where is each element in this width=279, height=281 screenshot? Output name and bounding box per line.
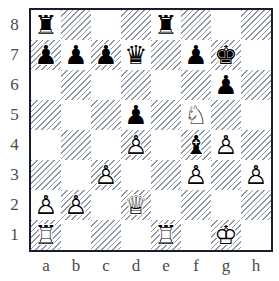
square-c6[interactable]	[91, 70, 121, 100]
square-f6[interactable]	[181, 70, 211, 100]
piece-black-bishop: ♝	[184, 130, 207, 160]
piece-outline-layer: ♔	[214, 220, 237, 250]
square-c8[interactable]	[91, 10, 121, 40]
file-label-d: d	[121, 252, 151, 279]
square-h1[interactable]	[241, 220, 271, 250]
rank-label-8: 8	[0, 10, 29, 40]
square-g1[interactable]: ♚♔	[211, 220, 241, 250]
piece-outline-layer: ♙	[214, 130, 237, 160]
square-g7[interactable]: ♚	[211, 40, 241, 70]
square-d6[interactable]	[121, 70, 151, 100]
file-label-c: c	[91, 252, 121, 279]
square-a4[interactable]	[31, 130, 61, 160]
square-d4[interactable]: ♟♙	[121, 130, 151, 160]
piece-outline-layer: ♘	[184, 100, 207, 130]
square-f2[interactable]	[181, 190, 211, 220]
square-d8[interactable]	[121, 10, 151, 40]
piece-outline-layer: ♙	[94, 160, 117, 190]
piece-outline-layer: ♙	[34, 190, 57, 220]
piece-white-pawn: ♟♙	[244, 160, 267, 190]
square-g3[interactable]	[211, 160, 241, 190]
square-b4[interactable]	[61, 130, 91, 160]
piece-white-pawn: ♟♙	[64, 190, 87, 220]
rank-label-6: 6	[0, 70, 29, 100]
square-f4[interactable]: ♝	[181, 130, 211, 160]
file-labels: abcdefgh	[31, 252, 279, 279]
square-g5[interactable]	[211, 100, 241, 130]
rank-label-7: 7	[0, 40, 29, 70]
piece-black-rook: ♜	[34, 10, 57, 40]
square-h8[interactable]	[241, 10, 271, 40]
square-a7[interactable]: ♟	[31, 40, 61, 70]
piece-black-rook: ♜	[154, 10, 177, 40]
square-h7[interactable]	[241, 40, 271, 70]
piece-black-pawn: ♟	[64, 40, 87, 70]
piece-white-knight: ♞♘	[184, 100, 207, 130]
square-h4[interactable]	[241, 130, 271, 160]
square-c2[interactable]	[91, 190, 121, 220]
square-e3[interactable]	[151, 160, 181, 190]
square-f3[interactable]: ♟♙	[181, 160, 211, 190]
piece-black-pawn: ♟	[34, 40, 57, 70]
square-d5[interactable]: ♟	[121, 100, 151, 130]
file-label-a: a	[31, 252, 61, 279]
piece-black-king: ♚	[214, 40, 237, 70]
square-a6[interactable]	[31, 70, 61, 100]
square-g8[interactable]	[211, 10, 241, 40]
square-d7[interactable]: ♛	[121, 40, 151, 70]
file-label-f: f	[181, 252, 211, 279]
square-c1[interactable]	[91, 220, 121, 250]
rank-label-5: 5	[0, 100, 29, 130]
piece-black-pawn: ♟	[124, 100, 147, 130]
rank-label-4: 4	[0, 130, 29, 160]
piece-black-pawn: ♟	[94, 40, 117, 70]
square-d3[interactable]	[121, 160, 151, 190]
piece-outline-layer: ♙	[124, 130, 147, 160]
file-label-e: e	[151, 252, 181, 279]
file-label-h: h	[241, 252, 271, 279]
square-b3[interactable]	[61, 160, 91, 190]
rank-labels: 87654321	[0, 8, 29, 252]
square-b5[interactable]	[61, 100, 91, 130]
square-f5[interactable]: ♞♘	[181, 100, 211, 130]
piece-outline-layer: ♙	[184, 160, 207, 190]
piece-black-pawn: ♟	[214, 70, 237, 100]
piece-outline-layer: ♖	[154, 220, 177, 250]
square-h3[interactable]: ♟♙	[241, 160, 271, 190]
square-c3[interactable]: ♟♙	[91, 160, 121, 190]
square-f8[interactable]	[181, 10, 211, 40]
piece-white-pawn: ♟♙	[124, 130, 147, 160]
square-e4[interactable]	[151, 130, 181, 160]
square-h5[interactable]	[241, 100, 271, 130]
square-b1[interactable]	[61, 220, 91, 250]
square-d1[interactable]	[121, 220, 151, 250]
piece-outline-layer: ♙	[244, 160, 267, 190]
piece-black-pawn: ♟	[184, 40, 207, 70]
board-and-rank-labels: 87654321 ♜♜♟♟♟♛♟♚♟♟♞♘♟♙♝♟♙♟♙♟♙♟♙♟♙♟♙♛♕♜♖…	[0, 8, 279, 252]
square-c5[interactable]	[91, 100, 121, 130]
chess-board: ♜♜♟♟♟♛♟♚♟♟♞♘♟♙♝♟♙♟♙♟♙♟♙♟♙♟♙♛♕♜♖♜♖♚♔	[29, 8, 273, 252]
square-c4[interactable]	[91, 130, 121, 160]
piece-white-pawn: ♟♙	[34, 190, 57, 220]
piece-outline-layer: ♙	[64, 190, 87, 220]
square-a3[interactable]	[31, 160, 61, 190]
piece-white-rook: ♜♖	[154, 220, 177, 250]
piece-white-queen: ♛♕	[124, 190, 147, 220]
file-label-g: g	[211, 252, 241, 279]
square-h6[interactable]	[241, 70, 271, 100]
piece-white-pawn: ♟♙	[184, 160, 207, 190]
rank-label-3: 3	[0, 160, 29, 190]
square-g6[interactable]: ♟	[211, 70, 241, 100]
square-g4[interactable]: ♟♙	[211, 130, 241, 160]
square-e5[interactable]	[151, 100, 181, 130]
piece-white-pawn: ♟♙	[214, 130, 237, 160]
square-e7[interactable]	[151, 40, 181, 70]
square-f7[interactable]: ♟	[181, 40, 211, 70]
square-b6[interactable]	[61, 70, 91, 100]
square-d2[interactable]: ♛♕	[121, 190, 151, 220]
square-a2[interactable]: ♟♙	[31, 190, 61, 220]
piece-white-rook: ♜♖	[34, 220, 57, 250]
square-g2[interactable]	[211, 190, 241, 220]
rank-label-2: 2	[0, 190, 29, 220]
piece-white-king: ♚♔	[214, 220, 237, 250]
square-a8[interactable]: ♜	[31, 10, 61, 40]
square-h2[interactable]	[241, 190, 271, 220]
square-a1[interactable]: ♜♖	[31, 220, 61, 250]
square-f1[interactable]	[181, 220, 211, 250]
square-e2[interactable]	[151, 190, 181, 220]
square-e6[interactable]	[151, 70, 181, 100]
rank-label-1: 1	[0, 220, 29, 250]
square-e8[interactable]: ♜	[151, 10, 181, 40]
square-b8[interactable]	[61, 10, 91, 40]
square-b7[interactable]: ♟	[61, 40, 91, 70]
square-e1[interactable]: ♜♖	[151, 220, 181, 250]
square-c7[interactable]: ♟	[91, 40, 121, 70]
piece-white-pawn: ♟♙	[94, 160, 117, 190]
piece-outline-layer: ♕	[124, 190, 147, 220]
square-b2[interactable]: ♟♙	[61, 190, 91, 220]
file-label-b: b	[61, 252, 91, 279]
piece-black-queen: ♛	[124, 40, 147, 70]
square-a5[interactable]	[31, 100, 61, 130]
piece-outline-layer: ♖	[34, 220, 57, 250]
chess-diagram: 87654321 ♜♜♟♟♟♛♟♚♟♟♞♘♟♙♝♟♙♟♙♟♙♟♙♟♙♟♙♛♕♜♖…	[0, 0, 279, 281]
